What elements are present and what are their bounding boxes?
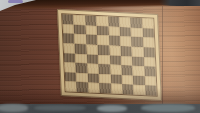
board-square [134,85,146,95]
board-square [108,26,120,36]
board-square [110,65,122,75]
board-square [74,24,86,34]
board-square [144,66,156,76]
board-square [98,45,110,55]
chess-board [57,9,162,101]
board-square [132,47,144,57]
board-square [98,54,110,64]
photo-scene [0,0,200,113]
board-square [108,17,120,27]
board-square [120,27,132,37]
board-square [109,45,121,55]
floor-highlight [0,104,28,112]
board-square [119,17,131,27]
board-square [131,27,143,37]
board-square [110,74,122,84]
board-square [88,73,100,83]
board-square [64,43,76,53]
board-square [99,74,111,84]
board-square [97,35,109,45]
board-square [87,54,99,64]
background-shadow-top-right [159,0,200,6]
board-square [63,24,75,34]
board-square [143,37,155,47]
board-square [131,37,143,47]
board-square [87,64,99,74]
board-square [62,14,74,24]
board-square [75,53,87,63]
board-square [75,44,87,54]
board-square [76,63,88,73]
board-square [86,44,98,54]
board-square [65,82,77,92]
board-square [142,18,154,28]
board-square [145,86,157,96]
floor-highlight [97,105,127,112]
board-square [109,36,121,46]
board-square [132,56,144,66]
board-square [96,16,108,26]
board-square [64,62,76,72]
board-square [122,84,134,94]
board-square [77,82,89,92]
board-square [64,53,76,63]
background-object [8,0,23,3]
board-square [65,72,77,82]
board-square [130,18,142,28]
board-square [85,25,97,35]
board-square [143,47,155,57]
board-square [133,75,145,85]
floor-shadow [34,105,86,111]
board-square [120,36,132,46]
board-square [86,35,98,45]
board-square [142,28,154,38]
board-square [109,55,121,65]
board-square [74,15,86,25]
board-square [111,84,123,94]
board-square [99,64,111,74]
board-square [120,46,132,56]
board-square [133,66,145,76]
floor-highlight [141,104,195,112]
board-square [121,56,133,66]
chess-board-grid [61,13,158,97]
board-square [97,26,109,36]
board-square [88,83,100,93]
board-square [63,34,75,44]
board-square [99,83,111,93]
board-square [144,57,156,67]
board-square [74,34,86,44]
board-square [122,75,134,85]
board-square [76,73,88,83]
board-square [121,65,133,75]
table-seam-line [162,6,163,105]
board-square [85,15,97,25]
board-square [144,76,156,86]
